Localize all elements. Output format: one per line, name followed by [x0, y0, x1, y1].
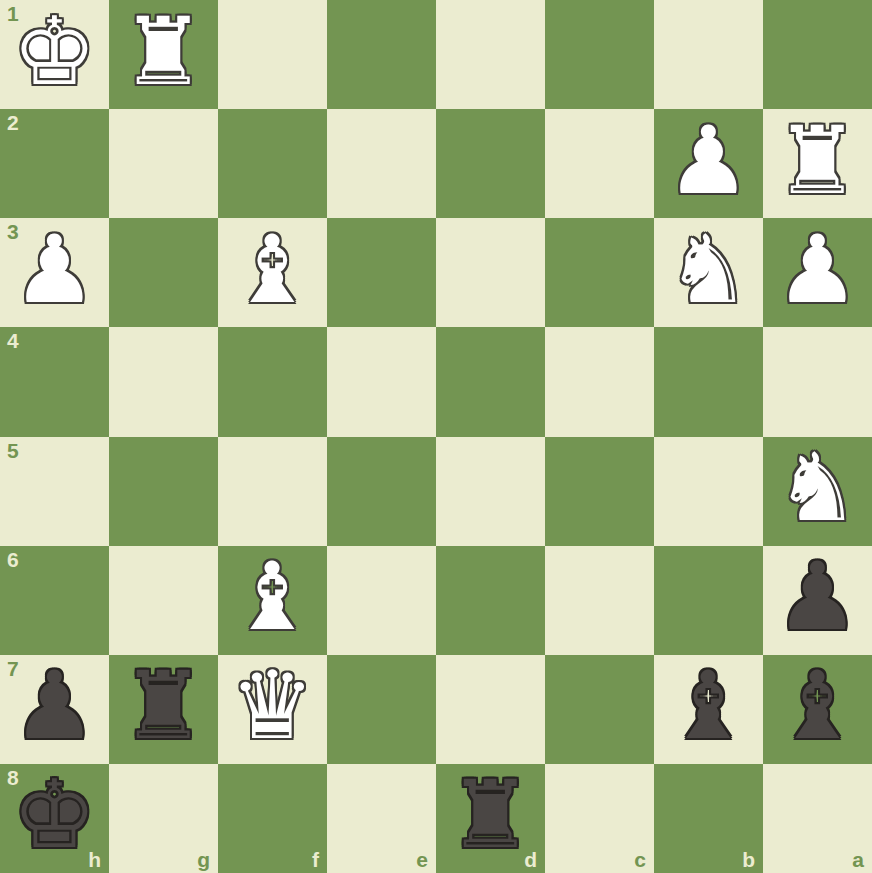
square-a6[interactable]: ♟: [763, 546, 872, 655]
square-e6[interactable]: [327, 546, 436, 655]
square-a8[interactable]: a: [763, 764, 872, 873]
square-c7[interactable]: [545, 655, 654, 764]
black-bishop[interactable]: ♝: [666, 659, 750, 753]
square-f6[interactable]: ♝: [218, 546, 327, 655]
square-d6[interactable]: [436, 546, 545, 655]
white-bishop[interactable]: ♝: [230, 550, 314, 644]
square-d7[interactable]: [436, 655, 545, 764]
square-g4[interactable]: [109, 327, 218, 436]
square-e2[interactable]: [327, 109, 436, 218]
square-g7[interactable]: ♜: [109, 655, 218, 764]
square-g2[interactable]: [109, 109, 218, 218]
square-b4[interactable]: [654, 327, 763, 436]
square-d2[interactable]: [436, 109, 545, 218]
square-g8[interactable]: g: [109, 764, 218, 873]
square-h3[interactable]: 3♟: [0, 218, 109, 327]
square-a5[interactable]: ♞: [763, 437, 872, 546]
file-label-a: a: [852, 849, 864, 870]
square-e1[interactable]: [327, 0, 436, 109]
white-queen[interactable]: ♛: [230, 659, 314, 753]
square-b8[interactable]: b: [654, 764, 763, 873]
file-label-e: e: [416, 849, 428, 870]
square-d5[interactable]: [436, 437, 545, 546]
square-a1[interactable]: [763, 0, 872, 109]
square-c4[interactable]: [545, 327, 654, 436]
white-bishop[interactable]: ♝: [230, 223, 314, 317]
square-g1[interactable]: ♜: [109, 0, 218, 109]
square-e5[interactable]: [327, 437, 436, 546]
square-a7[interactable]: ♝: [763, 655, 872, 764]
rank-label-5: 5: [7, 440, 19, 461]
file-label-b: b: [742, 849, 755, 870]
white-knight[interactable]: ♞: [666, 223, 750, 317]
square-a4[interactable]: [763, 327, 872, 436]
square-d8[interactable]: d♜: [436, 764, 545, 873]
square-e8[interactable]: e: [327, 764, 436, 873]
square-g3[interactable]: [109, 218, 218, 327]
white-pawn[interactable]: ♟: [666, 114, 750, 208]
square-f3[interactable]: ♝: [218, 218, 327, 327]
square-e4[interactable]: [327, 327, 436, 436]
white-pawn[interactable]: ♟: [12, 223, 96, 317]
square-h7[interactable]: 7♟: [0, 655, 109, 764]
square-b6[interactable]: [654, 546, 763, 655]
square-c6[interactable]: [545, 546, 654, 655]
square-b5[interactable]: [654, 437, 763, 546]
square-f8[interactable]: f: [218, 764, 327, 873]
square-h6[interactable]: 6: [0, 546, 109, 655]
square-c2[interactable]: [545, 109, 654, 218]
square-h2[interactable]: 2: [0, 109, 109, 218]
black-rook[interactable]: ♜: [121, 659, 205, 753]
square-b1[interactable]: [654, 0, 763, 109]
square-b7[interactable]: ♝: [654, 655, 763, 764]
square-e3[interactable]: [327, 218, 436, 327]
square-b3[interactable]: ♞: [654, 218, 763, 327]
black-king[interactable]: ♚: [12, 768, 96, 862]
white-king[interactable]: ♚: [12, 5, 96, 99]
black-rook[interactable]: ♜: [448, 768, 532, 862]
black-pawn[interactable]: ♟: [775, 550, 859, 644]
black-bishop[interactable]: ♝: [775, 659, 859, 753]
square-g6[interactable]: [109, 546, 218, 655]
white-rook[interactable]: ♜: [121, 5, 205, 99]
file-label-c: c: [634, 849, 646, 870]
white-knight[interactable]: ♞: [775, 441, 859, 535]
white-pawn[interactable]: ♟: [775, 223, 859, 317]
square-f2[interactable]: [218, 109, 327, 218]
square-h8[interactable]: 8h♚: [0, 764, 109, 873]
rank-label-4: 4: [7, 330, 19, 351]
square-g5[interactable]: [109, 437, 218, 546]
file-label-f: f: [312, 849, 319, 870]
square-h5[interactable]: 5: [0, 437, 109, 546]
black-pawn[interactable]: ♟: [12, 659, 96, 753]
square-c8[interactable]: c: [545, 764, 654, 873]
rank-label-6: 6: [7, 549, 19, 570]
square-d3[interactable]: [436, 218, 545, 327]
square-c5[interactable]: [545, 437, 654, 546]
square-c1[interactable]: [545, 0, 654, 109]
square-c3[interactable]: [545, 218, 654, 327]
square-h1[interactable]: 1♚: [0, 0, 109, 109]
square-f5[interactable]: [218, 437, 327, 546]
square-a3[interactable]: ♟: [763, 218, 872, 327]
square-b2[interactable]: ♟: [654, 109, 763, 218]
chess-board: 1♚♜2♟♜3♟♝♞♟45♞6♝♟7♟♜♛♝♝8h♚gfed♜cba: [0, 0, 872, 873]
rank-label-2: 2: [7, 112, 19, 133]
square-d4[interactable]: [436, 327, 545, 436]
square-e7[interactable]: [327, 655, 436, 764]
square-f1[interactable]: [218, 0, 327, 109]
square-f7[interactable]: ♛: [218, 655, 327, 764]
square-f4[interactable]: [218, 327, 327, 436]
file-label-g: g: [197, 849, 210, 870]
white-rook[interactable]: ♜: [775, 114, 859, 208]
square-d1[interactable]: [436, 0, 545, 109]
square-h4[interactable]: 4: [0, 327, 109, 436]
square-a2[interactable]: ♜: [763, 109, 872, 218]
